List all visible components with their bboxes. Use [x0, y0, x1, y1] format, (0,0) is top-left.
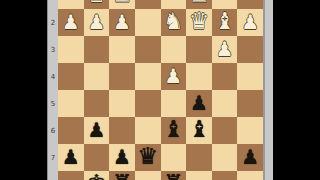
- square-b5: [212, 90, 238, 117]
- piece-wP-f2: ♟: [113, 12, 131, 32]
- square-g6: ♟: [84, 117, 110, 144]
- square-d6: ♝: [161, 117, 187, 144]
- square-g2: ♟: [84, 9, 110, 36]
- rank-label-5: 5: [48, 100, 58, 108]
- square-e1: [135, 0, 161, 9]
- square-e5: [135, 90, 161, 117]
- piece-wN-d2: ♞: [163, 10, 184, 33]
- square-a5: [237, 90, 263, 117]
- square-e3: [135, 36, 161, 63]
- piece-bR-f8: ♜: [112, 172, 133, 180]
- video-frame: 12345678 ♚♜♜♟♟♟♞♛♝♟♟♟♟♟♝♝♟♟♛♟♚♜♜: [0, 0, 320, 180]
- square-h5: [58, 90, 84, 117]
- square-h2: ♟: [58, 9, 84, 36]
- square-c2: ♛: [186, 9, 212, 36]
- piece-bP-f7: ♟: [113, 147, 131, 167]
- square-h4: [58, 63, 84, 90]
- square-g8: ♚: [84, 171, 110, 180]
- piece-wP-b3: ♟: [216, 39, 234, 59]
- square-e2: [135, 9, 161, 36]
- square-a1: [237, 0, 263, 9]
- square-f4: [109, 63, 135, 90]
- piece-wP-g2: ♟: [87, 12, 105, 32]
- piece-bP-a7: ♟: [241, 147, 259, 167]
- square-e7: ♛: [135, 144, 161, 171]
- rank-label-4: 4: [48, 73, 58, 81]
- square-c3: [186, 36, 212, 63]
- square-h3: [58, 36, 84, 63]
- square-b6: [212, 117, 238, 144]
- piece-wK-g1: ♚: [86, 0, 107, 6]
- piece-bQ-e7: ♛: [137, 145, 158, 168]
- square-c8: [186, 171, 212, 180]
- square-d7: [161, 144, 187, 171]
- square-e6: [135, 117, 161, 144]
- square-a4: [237, 63, 263, 90]
- square-h7: ♟: [58, 144, 84, 171]
- piece-bP-g6: ♟: [87, 120, 105, 140]
- square-a2: ♟: [237, 9, 263, 36]
- board-right-border: [263, 0, 273, 180]
- square-g4: [84, 63, 110, 90]
- square-d2: ♞: [161, 9, 187, 36]
- square-f3: [109, 36, 135, 63]
- rank-label-strip: 12345678: [47, 0, 58, 180]
- rank-label-6: 6: [48, 127, 58, 135]
- square-c7: [186, 144, 212, 171]
- piece-wP-a2: ♟: [241, 12, 259, 32]
- square-c4: [186, 63, 212, 90]
- square-f5: [109, 90, 135, 117]
- piece-wR-c1: ♜: [189, 0, 210, 6]
- rank-label-2: 2: [48, 19, 58, 27]
- square-g7: [84, 144, 110, 171]
- piece-bB-c6: ♝: [189, 118, 210, 141]
- square-h1: [58, 0, 84, 9]
- square-b3: ♟: [212, 36, 238, 63]
- square-b2: ♝: [212, 9, 238, 36]
- square-g3: [84, 36, 110, 63]
- piece-bR-d8: ♜: [163, 172, 184, 180]
- square-c5: ♟: [186, 90, 212, 117]
- piece-wP-h2: ♟: [62, 12, 80, 32]
- square-b7: [212, 144, 238, 171]
- piece-bP-c5: ♟: [190, 93, 208, 113]
- square-d8: ♜: [161, 171, 187, 180]
- square-d4: ♟: [161, 63, 187, 90]
- piece-bB-d6: ♝: [163, 118, 184, 141]
- piece-wB-b2: ♝: [214, 10, 235, 33]
- piece-wR-f1: ♜: [112, 0, 133, 6]
- letterbox-right: [273, 0, 320, 180]
- piece-bK-g8: ♚: [86, 172, 107, 180]
- square-e4: [135, 63, 161, 90]
- square-e8: [135, 171, 161, 180]
- rank-label-7: 7: [48, 154, 58, 162]
- square-g5: [84, 90, 110, 117]
- square-d3: [161, 36, 187, 63]
- square-h6: [58, 117, 84, 144]
- square-a7: ♟: [237, 144, 263, 171]
- square-b4: [212, 63, 238, 90]
- rank-label-3: 3: [48, 46, 58, 54]
- square-a8: [237, 171, 263, 180]
- square-f2: ♟: [109, 9, 135, 36]
- square-a3: [237, 36, 263, 63]
- square-f8: ♜: [109, 171, 135, 180]
- square-f7: ♟: [109, 144, 135, 171]
- chess-board: ♚♜♜♟♟♟♞♛♝♟♟♟♟♟♝♝♟♟♛♟♚♜♜: [58, 0, 263, 180]
- square-a6: [237, 117, 263, 144]
- piece-wP-d4: ♟: [164, 66, 182, 86]
- square-b8: [212, 171, 238, 180]
- letterbox-left: [0, 0, 47, 180]
- square-f1: ♜: [109, 0, 135, 9]
- square-h8: [58, 171, 84, 180]
- piece-wQ-c2: ♛: [189, 10, 210, 33]
- square-d5: [161, 90, 187, 117]
- square-g1: ♚: [84, 0, 110, 9]
- square-f6: [109, 117, 135, 144]
- piece-bP-h7: ♟: [62, 147, 80, 167]
- square-c6: ♝: [186, 117, 212, 144]
